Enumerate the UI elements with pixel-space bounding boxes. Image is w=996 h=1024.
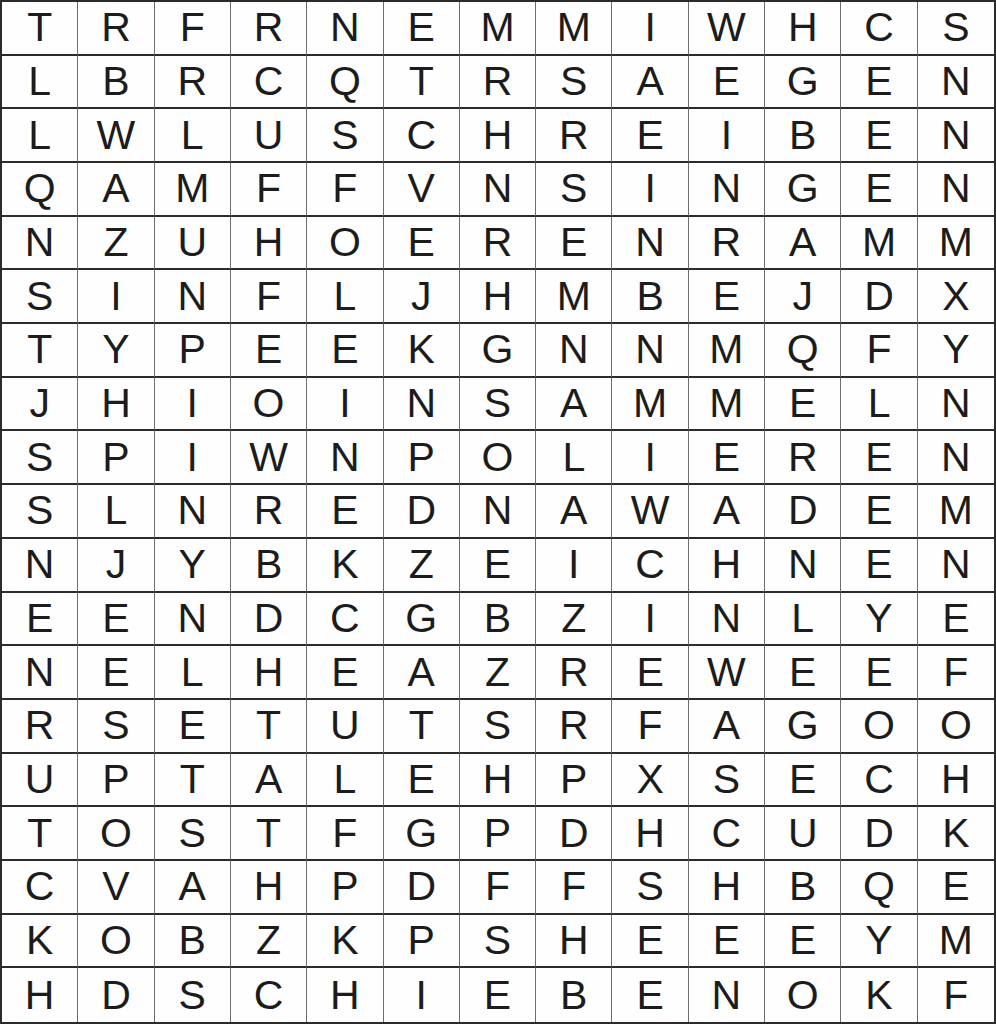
grid-cell[interactable]: P: [307, 861, 383, 915]
grid-cell[interactable]: R: [460, 56, 536, 110]
grid-cell[interactable]: N: [460, 163, 536, 217]
grid-cell[interactable]: N: [307, 431, 383, 485]
grid-cell[interactable]: L: [155, 646, 231, 700]
grid-cell[interactable]: B: [536, 968, 612, 1022]
grid-cell[interactable]: L: [307, 270, 383, 324]
grid-cell[interactable]: S: [612, 861, 688, 915]
word-search-board: TRFRNEMMIWHCSLBRCQTRSAEGENLWLUSCHREIBENQ…: [0, 0, 996, 1024]
grid-cell[interactable]: T: [384, 700, 460, 754]
grid-cell[interactable]: I: [536, 539, 612, 593]
grid-cell[interactable]: R: [536, 109, 612, 163]
grid-cell[interactable]: Q: [2, 163, 78, 217]
grid-cell[interactable]: J: [2, 378, 78, 432]
grid-cell[interactable]: E: [689, 56, 765, 110]
grid-cell[interactable]: O: [231, 378, 307, 432]
grid-cell[interactable]: C: [841, 754, 917, 808]
grid-cell[interactable]: D: [384, 485, 460, 539]
grid-cell[interactable]: N: [384, 378, 460, 432]
grid-cell[interactable]: H: [231, 861, 307, 915]
grid-cell[interactable]: P: [78, 431, 154, 485]
grid-cell[interactable]: F: [841, 324, 917, 378]
grid-cell[interactable]: C: [231, 56, 307, 110]
grid-cell[interactable]: R: [460, 217, 536, 271]
grid-cell[interactable]: Z: [460, 646, 536, 700]
grid-cell[interactable]: I: [612, 593, 688, 647]
grid-cell[interactable]: S: [307, 109, 383, 163]
grid-cell[interactable]: S: [460, 915, 536, 969]
grid-cell[interactable]: A: [78, 163, 154, 217]
grid-cell[interactable]: E: [765, 646, 841, 700]
grid-cell[interactable]: Z: [536, 593, 612, 647]
grid-cell[interactable]: M: [536, 2, 612, 56]
grid-cell[interactable]: O: [78, 915, 154, 969]
grid-cell[interactable]: R: [155, 56, 231, 110]
grid-cell[interactable]: O: [307, 217, 383, 271]
grid-cell[interactable]: N: [918, 431, 994, 485]
grid-cell[interactable]: F: [460, 861, 536, 915]
grid-cell[interactable]: E: [765, 915, 841, 969]
grid-cell[interactable]: V: [78, 861, 154, 915]
grid-cell[interactable]: E: [307, 485, 383, 539]
grid-cell[interactable]: S: [460, 700, 536, 754]
grid-cell[interactable]: N: [2, 217, 78, 271]
grid-cell[interactable]: E: [78, 593, 154, 647]
grid-cell[interactable]: F: [307, 807, 383, 861]
grid-cell[interactable]: C: [384, 109, 460, 163]
grid-cell[interactable]: B: [765, 861, 841, 915]
grid-cell[interactable]: I: [307, 378, 383, 432]
grid-cell[interactable]: Q: [841, 861, 917, 915]
grid-cell[interactable]: R: [78, 2, 154, 56]
grid-cell[interactable]: T: [155, 754, 231, 808]
grid-cell[interactable]: U: [307, 700, 383, 754]
grid-cell[interactable]: B: [231, 539, 307, 593]
grid-cell[interactable]: B: [612, 270, 688, 324]
grid-cell[interactable]: E: [536, 217, 612, 271]
grid-cell[interactable]: S: [918, 2, 994, 56]
grid-cell[interactable]: F: [307, 163, 383, 217]
grid-cell[interactable]: P: [78, 754, 154, 808]
grid-cell[interactable]: E: [765, 754, 841, 808]
grid-cell[interactable]: Z: [384, 539, 460, 593]
grid-cell[interactable]: B: [460, 593, 536, 647]
grid-cell[interactable]: W: [231, 431, 307, 485]
grid-cell[interactable]: T: [231, 700, 307, 754]
grid-cell[interactable]: L: [2, 56, 78, 110]
grid-cell[interactable]: K: [307, 915, 383, 969]
grid-cell[interactable]: F: [612, 700, 688, 754]
grid-cell[interactable]: N: [689, 593, 765, 647]
grid-cell[interactable]: A: [536, 378, 612, 432]
grid-cell[interactable]: W: [78, 109, 154, 163]
grid-cell[interactable]: P: [384, 915, 460, 969]
grid-cell[interactable]: M: [460, 2, 536, 56]
grid-cell[interactable]: C: [307, 593, 383, 647]
grid-cell[interactable]: E: [841, 431, 917, 485]
grid-cell[interactable]: J: [384, 270, 460, 324]
grid-cell[interactable]: E: [612, 646, 688, 700]
grid-cell[interactable]: Y: [841, 593, 917, 647]
grid-cell[interactable]: X: [612, 754, 688, 808]
grid-cell[interactable]: H: [536, 915, 612, 969]
grid-cell[interactable]: U: [155, 217, 231, 271]
grid-cell[interactable]: O: [765, 968, 841, 1022]
grid-cell[interactable]: N: [918, 539, 994, 593]
grid-cell[interactable]: F: [231, 270, 307, 324]
grid-cell[interactable]: P: [155, 324, 231, 378]
grid-cell[interactable]: E: [460, 539, 536, 593]
grid-cell[interactable]: E: [841, 539, 917, 593]
grid-cell[interactable]: M: [918, 915, 994, 969]
grid-cell[interactable]: T: [384, 56, 460, 110]
grid-cell[interactable]: S: [78, 700, 154, 754]
grid-cell[interactable]: R: [536, 700, 612, 754]
grid-cell[interactable]: A: [689, 485, 765, 539]
grid-cell[interactable]: H: [612, 807, 688, 861]
grid-cell[interactable]: N: [689, 163, 765, 217]
grid-cell[interactable]: U: [231, 109, 307, 163]
grid-cell[interactable]: S: [2, 485, 78, 539]
grid-cell[interactable]: M: [689, 378, 765, 432]
grid-cell[interactable]: F: [918, 646, 994, 700]
grid-cell[interactable]: A: [536, 485, 612, 539]
grid-cell[interactable]: M: [918, 485, 994, 539]
grid-cell[interactable]: E: [689, 270, 765, 324]
grid-cell[interactable]: G: [460, 324, 536, 378]
grid-cell[interactable]: N: [536, 324, 612, 378]
grid-cell[interactable]: L: [536, 431, 612, 485]
grid-cell[interactable]: D: [841, 270, 917, 324]
grid-cell[interactable]: D: [78, 968, 154, 1022]
grid-cell[interactable]: N: [689, 968, 765, 1022]
grid-cell[interactable]: S: [689, 754, 765, 808]
grid-cell[interactable]: S: [155, 807, 231, 861]
grid-cell[interactable]: S: [460, 378, 536, 432]
grid-cell[interactable]: Y: [78, 324, 154, 378]
grid-cell[interactable]: M: [918, 217, 994, 271]
grid-cell[interactable]: H: [231, 646, 307, 700]
grid-cell[interactable]: U: [765, 807, 841, 861]
grid-cell[interactable]: K: [307, 539, 383, 593]
grid-cell[interactable]: I: [384, 968, 460, 1022]
grid-cell[interactable]: D: [841, 807, 917, 861]
grid-cell[interactable]: E: [841, 163, 917, 217]
grid-cell[interactable]: B: [155, 915, 231, 969]
grid-cell[interactable]: S: [536, 56, 612, 110]
grid-cell[interactable]: J: [765, 270, 841, 324]
grid-cell[interactable]: E: [841, 56, 917, 110]
grid-cell[interactable]: D: [765, 485, 841, 539]
grid-cell[interactable]: G: [384, 807, 460, 861]
grid-cell[interactable]: E: [384, 217, 460, 271]
grid-cell[interactable]: H: [2, 968, 78, 1022]
grid-cell[interactable]: M: [612, 378, 688, 432]
grid-cell[interactable]: E: [765, 378, 841, 432]
grid-cell[interactable]: E: [612, 915, 688, 969]
grid-cell[interactable]: A: [765, 217, 841, 271]
grid-cell[interactable]: U: [2, 754, 78, 808]
grid-cell[interactable]: L: [2, 109, 78, 163]
grid-cell[interactable]: H: [918, 754, 994, 808]
grid-cell[interactable]: E: [841, 646, 917, 700]
grid-cell[interactable]: C: [841, 2, 917, 56]
grid-cell[interactable]: A: [155, 861, 231, 915]
grid-cell[interactable]: E: [384, 754, 460, 808]
grid-cell[interactable]: E: [918, 861, 994, 915]
grid-cell[interactable]: H: [460, 270, 536, 324]
grid-cell[interactable]: L: [155, 109, 231, 163]
grid-cell[interactable]: L: [307, 754, 383, 808]
grid-cell[interactable]: M: [841, 217, 917, 271]
grid-cell[interactable]: K: [841, 968, 917, 1022]
grid-cell[interactable]: H: [765, 2, 841, 56]
grid-cell[interactable]: E: [307, 324, 383, 378]
grid-cell[interactable]: L: [78, 485, 154, 539]
grid-cell[interactable]: M: [155, 163, 231, 217]
grid-cell[interactable]: O: [918, 700, 994, 754]
grid-cell[interactable]: Y: [155, 539, 231, 593]
grid-cell[interactable]: W: [612, 485, 688, 539]
grid-cell[interactable]: E: [689, 915, 765, 969]
grid-cell[interactable]: K: [918, 807, 994, 861]
grid-cell[interactable]: I: [689, 109, 765, 163]
grid-cell[interactable]: W: [689, 646, 765, 700]
grid-cell[interactable]: G: [765, 700, 841, 754]
grid-cell[interactable]: K: [2, 915, 78, 969]
grid-cell[interactable]: E: [612, 109, 688, 163]
grid-cell[interactable]: P: [460, 807, 536, 861]
grid-cell[interactable]: J: [78, 539, 154, 593]
grid-cell[interactable]: H: [689, 861, 765, 915]
grid-cell[interactable]: I: [155, 378, 231, 432]
grid-cell[interactable]: E: [841, 485, 917, 539]
grid-cell[interactable]: D: [384, 861, 460, 915]
grid-cell[interactable]: N: [460, 485, 536, 539]
word-search-grid: TRFRNEMMIWHCSLBRCQTRSAEGENLWLUSCHREIBENQ…: [0, 0, 996, 1024]
grid-cell[interactable]: L: [841, 378, 917, 432]
grid-cell[interactable]: M: [536, 270, 612, 324]
grid-cell[interactable]: Q: [765, 324, 841, 378]
grid-cell[interactable]: Y: [841, 915, 917, 969]
grid-cell[interactable]: E: [2, 593, 78, 647]
grid-cell[interactable]: H: [231, 217, 307, 271]
grid-cell[interactable]: S: [2, 270, 78, 324]
grid-cell[interactable]: E: [612, 968, 688, 1022]
grid-cell[interactable]: R: [689, 217, 765, 271]
grid-cell[interactable]: R: [231, 485, 307, 539]
grid-cell[interactable]: P: [384, 431, 460, 485]
grid-cell[interactable]: T: [231, 807, 307, 861]
grid-cell[interactable]: E: [384, 2, 460, 56]
grid-cell[interactable]: E: [460, 968, 536, 1022]
grid-cell[interactable]: V: [384, 163, 460, 217]
grid-cell[interactable]: K: [384, 324, 460, 378]
grid-cell[interactable]: Z: [231, 915, 307, 969]
grid-cell[interactable]: E: [841, 109, 917, 163]
grid-cell[interactable]: N: [918, 163, 994, 217]
grid-cell[interactable]: N: [612, 324, 688, 378]
grid-cell[interactable]: X: [918, 270, 994, 324]
grid-cell[interactable]: I: [612, 431, 688, 485]
grid-cell[interactable]: B: [765, 109, 841, 163]
grid-cell[interactable]: H: [460, 109, 536, 163]
grid-cell[interactable]: G: [765, 163, 841, 217]
grid-cell[interactable]: E: [155, 700, 231, 754]
grid-cell[interactable]: N: [2, 646, 78, 700]
grid-cell[interactable]: T: [2, 807, 78, 861]
grid-cell[interactable]: N: [2, 539, 78, 593]
grid-cell[interactable]: H: [460, 754, 536, 808]
grid-cell[interactable]: M: [689, 324, 765, 378]
grid-cell[interactable]: S: [536, 163, 612, 217]
grid-cell[interactable]: N: [918, 109, 994, 163]
grid-cell[interactable]: B: [78, 56, 154, 110]
grid-cell[interactable]: N: [918, 378, 994, 432]
grid-cell[interactable]: N: [155, 270, 231, 324]
grid-cell[interactable]: O: [460, 431, 536, 485]
grid-cell[interactable]: E: [78, 646, 154, 700]
grid-cell[interactable]: N: [918, 56, 994, 110]
grid-cell[interactable]: I: [612, 163, 688, 217]
grid-cell[interactable]: E: [918, 593, 994, 647]
grid-cell[interactable]: N: [765, 539, 841, 593]
grid-cell[interactable]: L: [765, 593, 841, 647]
grid-cell[interactable]: T: [2, 324, 78, 378]
grid-cell[interactable]: I: [78, 270, 154, 324]
grid-cell[interactable]: N: [612, 217, 688, 271]
grid-cell[interactable]: F: [155, 2, 231, 56]
grid-cell[interactable]: E: [231, 324, 307, 378]
grid-cell[interactable]: S: [2, 431, 78, 485]
grid-cell[interactable]: R: [536, 646, 612, 700]
grid-cell[interactable]: A: [384, 646, 460, 700]
grid-cell[interactable]: D: [231, 593, 307, 647]
grid-cell[interactable]: W: [689, 2, 765, 56]
grid-cell[interactable]: R: [231, 2, 307, 56]
grid-cell[interactable]: P: [536, 754, 612, 808]
grid-cell[interactable]: F: [536, 861, 612, 915]
grid-cell[interactable]: C: [231, 968, 307, 1022]
grid-cell[interactable]: H: [689, 539, 765, 593]
grid-cell[interactable]: A: [612, 56, 688, 110]
grid-cell[interactable]: N: [155, 593, 231, 647]
grid-cell[interactable]: G: [765, 56, 841, 110]
grid-cell[interactable]: I: [155, 431, 231, 485]
grid-cell[interactable]: Q: [307, 56, 383, 110]
grid-cell[interactable]: A: [689, 700, 765, 754]
grid-cell[interactable]: N: [307, 2, 383, 56]
grid-cell[interactable]: G: [384, 593, 460, 647]
grid-cell[interactable]: T: [2, 2, 78, 56]
grid-cell[interactable]: C: [689, 807, 765, 861]
grid-cell[interactable]: R: [765, 431, 841, 485]
grid-cell[interactable]: C: [2, 861, 78, 915]
grid-cell[interactable]: E: [689, 431, 765, 485]
grid-cell[interactable]: O: [841, 700, 917, 754]
grid-cell[interactable]: F: [918, 968, 994, 1022]
grid-cell[interactable]: E: [307, 646, 383, 700]
grid-cell[interactable]: R: [2, 700, 78, 754]
grid-cell[interactable]: I: [612, 2, 688, 56]
grid-cell[interactable]: O: [78, 807, 154, 861]
grid-cell[interactable]: H: [307, 968, 383, 1022]
grid-cell[interactable]: H: [78, 378, 154, 432]
grid-cell[interactable]: Y: [918, 324, 994, 378]
grid-cell[interactable]: C: [612, 539, 688, 593]
grid-cell[interactable]: D: [536, 807, 612, 861]
grid-cell[interactable]: S: [155, 968, 231, 1022]
grid-cell[interactable]: F: [231, 163, 307, 217]
grid-cell[interactable]: Z: [78, 217, 154, 271]
grid-cell[interactable]: N: [155, 485, 231, 539]
grid-cell[interactable]: A: [231, 754, 307, 808]
